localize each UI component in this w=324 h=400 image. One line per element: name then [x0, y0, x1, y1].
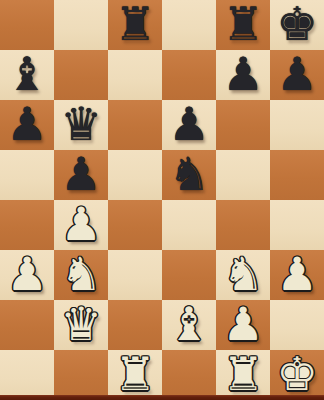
square-b2[interactable] [0, 300, 54, 350]
square-g5[interactable] [270, 150, 324, 200]
black-pawn-piece[interactable]: ♟ [168, 99, 209, 149]
black-king-piece[interactable]: ♚ [276, 0, 317, 49]
square-g3[interactable]: ♟ [270, 250, 324, 300]
black-rook-piece[interactable]: ♜ [114, 0, 155, 49]
square-b8[interactable] [0, 0, 54, 50]
square-d4[interactable] [108, 200, 162, 250]
square-b6[interactable]: ♟ [0, 100, 54, 150]
black-knight-piece[interactable]: ♞ [168, 149, 209, 199]
white-pawn-piece[interactable]: ♟ [60, 199, 101, 249]
white-knight-piece[interactable]: ♞ [222, 249, 263, 299]
white-rook-piece[interactable]: ♜ [114, 349, 155, 399]
white-pawn-piece[interactable]: ♟ [222, 299, 263, 349]
white-bishop-piece[interactable]: ♝ [168, 299, 209, 349]
square-b1[interactable] [0, 350, 54, 400]
square-e6[interactable]: ♟ [162, 100, 216, 150]
black-pawn-piece[interactable]: ♟ [276, 49, 317, 99]
square-g7[interactable]: ♟ [270, 50, 324, 100]
black-pawn-piece[interactable]: ♟ [222, 49, 263, 99]
white-pawn-piece[interactable]: ♟ [6, 249, 47, 299]
square-f4[interactable] [216, 200, 270, 250]
square-e1[interactable] [162, 350, 216, 400]
square-b3[interactable]: ♟ [0, 250, 54, 300]
square-d6[interactable] [108, 100, 162, 150]
square-d3[interactable] [108, 250, 162, 300]
square-c1[interactable] [54, 350, 108, 400]
chess-app-window: ♜♜♚♝♟♟♟♛♟♟♞♟♟♞♞♟♛♝♟♜♜♚ [0, 0, 324, 400]
square-b4[interactable] [0, 200, 54, 250]
square-d8[interactable]: ♜ [108, 0, 162, 50]
square-f7[interactable]: ♟ [216, 50, 270, 100]
square-g2[interactable] [270, 300, 324, 350]
square-f8[interactable]: ♜ [216, 0, 270, 50]
black-bishop-piece[interactable]: ♝ [6, 49, 47, 99]
chess-board: ♜♜♚♝♟♟♟♛♟♟♞♟♟♞♞♟♛♝♟♜♜♚ [0, 0, 324, 400]
square-e4[interactable] [162, 200, 216, 250]
square-f6[interactable] [216, 100, 270, 150]
square-b7[interactable]: ♝ [0, 50, 54, 100]
white-rook-piece[interactable]: ♜ [222, 349, 263, 399]
square-e2[interactable]: ♝ [162, 300, 216, 350]
square-e7[interactable] [162, 50, 216, 100]
black-pawn-piece[interactable]: ♟ [6, 99, 47, 149]
white-queen-piece[interactable]: ♛ [60, 299, 101, 349]
square-c5[interactable]: ♟ [54, 150, 108, 200]
white-knight-piece[interactable]: ♞ [60, 249, 101, 299]
square-f1[interactable]: ♜ [216, 350, 270, 400]
black-rook-piece[interactable]: ♜ [222, 0, 263, 49]
square-c7[interactable] [54, 50, 108, 100]
square-f2[interactable]: ♟ [216, 300, 270, 350]
square-d5[interactable] [108, 150, 162, 200]
board-bottom-edge [0, 395, 324, 400]
white-pawn-piece[interactable]: ♟ [276, 249, 317, 299]
square-g4[interactable] [270, 200, 324, 250]
square-c3[interactable]: ♞ [54, 250, 108, 300]
white-king-piece[interactable]: ♚ [276, 349, 317, 399]
square-d2[interactable] [108, 300, 162, 350]
square-c2[interactable]: ♛ [54, 300, 108, 350]
square-d7[interactable] [108, 50, 162, 100]
square-e5[interactable]: ♞ [162, 150, 216, 200]
square-c4[interactable]: ♟ [54, 200, 108, 250]
black-pawn-piece[interactable]: ♟ [60, 149, 101, 199]
square-e3[interactable] [162, 250, 216, 300]
square-d1[interactable]: ♜ [108, 350, 162, 400]
black-queen-piece[interactable]: ♛ [60, 99, 101, 149]
square-f3[interactable]: ♞ [216, 250, 270, 300]
square-b5[interactable] [0, 150, 54, 200]
square-e8[interactable] [162, 0, 216, 50]
square-f5[interactable] [216, 150, 270, 200]
square-g8[interactable]: ♚ [270, 0, 324, 50]
square-g1[interactable]: ♚ [270, 350, 324, 400]
square-c6[interactable]: ♛ [54, 100, 108, 150]
square-g6[interactable] [270, 100, 324, 150]
square-c8[interactable] [54, 0, 108, 50]
